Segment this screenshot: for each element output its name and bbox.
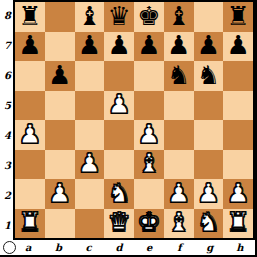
square-e6[interactable] — [134, 61, 164, 91]
square-c7[interactable]: ♟ — [75, 32, 105, 62]
square-f1[interactable]: ♝ — [164, 209, 194, 239]
file-label-d: d — [104, 240, 134, 255]
square-c2[interactable] — [75, 179, 105, 209]
square-h1[interactable]: ♜ — [223, 209, 253, 239]
square-d2[interactable]: ♞ — [104, 179, 134, 209]
black-pawn[interactable]: ♟ — [167, 32, 190, 58]
square-f4[interactable] — [164, 120, 194, 150]
square-g1[interactable]: ♞ — [194, 209, 224, 239]
square-d3[interactable] — [104, 150, 134, 180]
white-pawn[interactable]: ♟ — [167, 180, 190, 206]
file-label-g: g — [195, 240, 225, 255]
square-h2[interactable]: ♟ — [223, 179, 253, 209]
white-queen[interactable]: ♛ — [107, 209, 130, 235]
chess-board: ♜♝♛♚♝♜♟♟♟♟♟♟♟♟♞♞♟♟♟♟♝♟♞♟♟♟♜♛♚♝♞♜ — [13, 0, 255, 240]
square-a8[interactable]: ♜ — [15, 2, 45, 32]
square-f5[interactable] — [164, 91, 194, 121]
square-b2[interactable]: ♟ — [45, 179, 75, 209]
white-pawn[interactable]: ♟ — [78, 150, 101, 176]
white-bishop[interactable]: ♝ — [167, 209, 190, 235]
rank-label-4: 4 — [0, 120, 13, 150]
square-a3[interactable] — [15, 150, 45, 180]
white-pawn[interactable]: ♟ — [197, 180, 220, 206]
square-h7[interactable]: ♟ — [223, 32, 253, 62]
square-c6[interactable] — [75, 61, 105, 91]
square-g7[interactable]: ♟ — [194, 32, 224, 62]
rank-label-7: 7 — [0, 30, 13, 60]
black-king[interactable]: ♚ — [137, 3, 160, 29]
black-pawn[interactable]: ♟ — [137, 32, 160, 58]
square-c8[interactable]: ♝ — [75, 2, 105, 32]
rank-labels: 87654321 — [0, 0, 13, 240]
black-pawn[interactable]: ♟ — [226, 32, 249, 58]
black-pawn[interactable]: ♟ — [18, 32, 41, 58]
black-knight[interactable]: ♞ — [167, 62, 190, 88]
rank-label-1: 1 — [0, 210, 13, 240]
white-pawn[interactable]: ♟ — [107, 91, 130, 117]
square-a1[interactable]: ♜ — [15, 209, 45, 239]
square-f6[interactable]: ♞ — [164, 61, 194, 91]
square-g4[interactable] — [194, 120, 224, 150]
square-g3[interactable] — [194, 150, 224, 180]
square-f2[interactable]: ♟ — [164, 179, 194, 209]
square-d4[interactable] — [104, 120, 134, 150]
white-rook[interactable]: ♜ — [18, 209, 41, 235]
black-pawn[interactable]: ♟ — [197, 32, 220, 58]
square-f7[interactable]: ♟ — [164, 32, 194, 62]
square-h3[interactable] — [223, 150, 253, 180]
square-h5[interactable] — [223, 91, 253, 121]
white-rook[interactable]: ♜ — [226, 209, 249, 235]
file-label-f: f — [164, 240, 194, 255]
file-label-h: h — [225, 240, 255, 255]
rank-label-3: 3 — [0, 150, 13, 180]
file-label-b: b — [43, 240, 73, 255]
white-pawn[interactable]: ♟ — [226, 180, 249, 206]
square-a4[interactable]: ♟ — [15, 120, 45, 150]
side-to-move-indicator — [3, 241, 16, 254]
square-e8[interactable]: ♚ — [134, 2, 164, 32]
black-pawn[interactable]: ♟ — [78, 32, 101, 58]
square-f8[interactable]: ♝ — [164, 2, 194, 32]
black-pawn[interactable]: ♟ — [107, 32, 130, 58]
square-d5[interactable]: ♟ — [104, 91, 134, 121]
square-c1[interactable] — [75, 209, 105, 239]
file-labels: abcdefgh — [13, 240, 255, 255]
square-a2[interactable] — [15, 179, 45, 209]
square-d1[interactable]: ♛ — [104, 209, 134, 239]
black-queen[interactable]: ♛ — [107, 3, 130, 29]
square-b7[interactable] — [45, 32, 75, 62]
white-knight[interactable]: ♞ — [197, 209, 220, 235]
white-bishop[interactable]: ♝ — [137, 150, 160, 176]
chess-diagram: 87654321 ♜♝♛♚♝♜♟♟♟♟♟♟♟♟♞♞♟♟♟♟♝♟♞♟♟♟♜♛♚♝♞… — [0, 0, 257, 257]
white-pawn[interactable]: ♟ — [48, 180, 71, 206]
rank-label-2: 2 — [0, 180, 13, 210]
white-pawn[interactable]: ♟ — [18, 121, 41, 147]
square-e2[interactable] — [134, 179, 164, 209]
square-a6[interactable] — [15, 61, 45, 91]
square-b1[interactable] — [45, 209, 75, 239]
square-b3[interactable] — [45, 150, 75, 180]
rank-label-8: 8 — [0, 0, 13, 30]
rank-label-5: 5 — [0, 90, 13, 120]
square-a7[interactable]: ♟ — [15, 32, 45, 62]
black-bishop[interactable]: ♝ — [167, 3, 190, 29]
file-label-e: e — [134, 240, 164, 255]
black-pawn[interactable]: ♟ — [48, 62, 71, 88]
square-d6[interactable] — [104, 61, 134, 91]
black-bishop[interactable]: ♝ — [78, 3, 101, 29]
white-king[interactable]: ♚ — [137, 209, 160, 235]
square-d7[interactable]: ♟ — [104, 32, 134, 62]
square-e4[interactable]: ♟ — [134, 120, 164, 150]
square-g2[interactable]: ♟ — [194, 179, 224, 209]
black-knight[interactable]: ♞ — [197, 62, 220, 88]
file-label-a: a — [13, 240, 43, 255]
black-rook[interactable]: ♜ — [18, 3, 41, 29]
square-b5[interactable] — [45, 91, 75, 121]
white-pawn[interactable]: ♟ — [137, 121, 160, 147]
square-b4[interactable] — [45, 120, 75, 150]
white-knight[interactable]: ♞ — [107, 180, 130, 206]
square-e1[interactable]: ♚ — [134, 209, 164, 239]
square-c4[interactable] — [75, 120, 105, 150]
square-g8[interactable] — [194, 2, 224, 32]
square-g6[interactable]: ♞ — [194, 61, 224, 91]
square-h4[interactable] — [223, 120, 253, 150]
square-f3[interactable] — [164, 150, 194, 180]
square-g5[interactable] — [194, 91, 224, 121]
square-e7[interactable]: ♟ — [134, 32, 164, 62]
square-e5[interactable] — [134, 91, 164, 121]
square-h8[interactable]: ♜ — [223, 2, 253, 32]
square-h6[interactable] — [223, 61, 253, 91]
square-b6[interactable]: ♟ — [45, 61, 75, 91]
rank-label-6: 6 — [0, 60, 13, 90]
square-c5[interactable] — [75, 91, 105, 121]
square-d8[interactable]: ♛ — [104, 2, 134, 32]
square-e3[interactable]: ♝ — [134, 150, 164, 180]
square-c3[interactable]: ♟ — [75, 150, 105, 180]
black-rook[interactable]: ♜ — [226, 3, 249, 29]
square-b8[interactable] — [45, 2, 75, 32]
file-label-c: c — [74, 240, 104, 255]
square-a5[interactable] — [15, 91, 45, 121]
